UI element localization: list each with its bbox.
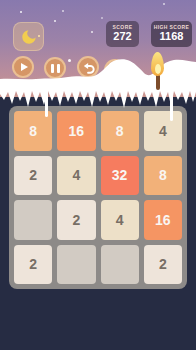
score-value: 272 [113,30,131,43]
restart-icon [109,64,122,77]
moon-icon [20,28,38,46]
star [101,17,103,19]
icicle-drip [45,90,48,117]
play-icon [21,63,28,71]
empty-cell [57,245,95,285]
tile-8: 8 [144,156,182,196]
undo-button[interactable] [77,56,99,78]
tile-32: 32 [101,156,139,196]
empty-cell [101,245,139,285]
flame-core [155,64,161,74]
score-badge: SCORE 272 [106,21,139,47]
night-mode-button[interactable] [13,22,44,51]
icicle-drip [170,90,173,121]
tile-4: 4 [101,200,139,240]
tile-2: 2 [14,245,52,285]
star [20,11,22,13]
empty-cell [14,200,52,240]
star [163,3,165,5]
play-button[interactable] [12,56,34,78]
torch-stick [156,74,160,90]
high-score-badge: HIGH SCORE 1168 [151,21,192,47]
tile-16: 16 [144,200,182,240]
game-screen: SCORE 272 HIGH SCORE 1168 [0,0,196,350]
undo-icon [82,61,95,74]
high-score-value: 1168 [160,30,184,43]
tile-8: 8 [101,111,139,151]
star [62,10,64,12]
tile-4: 4 [57,156,95,196]
tile-2: 2 [57,200,95,240]
sparkle-icon [38,35,40,37]
tile-16: 16 [57,111,95,151]
star [54,20,56,22]
star [91,31,93,33]
pause-button[interactable] [44,57,66,79]
pause-icon [51,64,60,73]
board[interactable]: 8168424328241622 [9,106,187,289]
star [68,59,71,62]
tile-4: 4 [144,111,182,151]
restart-button[interactable] [104,59,126,81]
tile-2: 2 [14,156,52,196]
tile-2: 2 [144,245,182,285]
